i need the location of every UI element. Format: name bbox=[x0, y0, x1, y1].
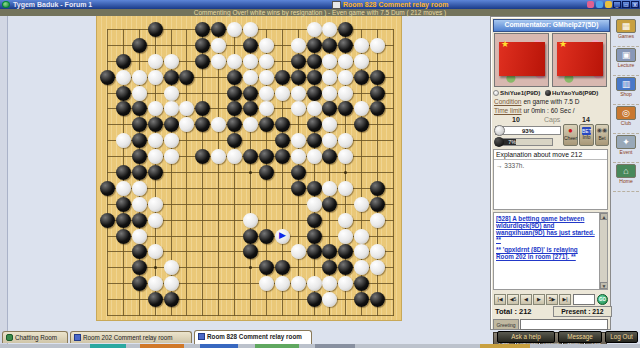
stone-black bbox=[291, 165, 306, 180]
room-title-text: Room 828 Comment relay room bbox=[343, 1, 448, 8]
flag-star: ★ bbox=[501, 39, 509, 49]
stone-black bbox=[322, 38, 337, 53]
stone-white bbox=[354, 54, 369, 69]
stone-white bbox=[338, 133, 353, 148]
taskbar-item[interactable] bbox=[480, 344, 530, 348]
stone-white bbox=[132, 229, 147, 244]
stone-black bbox=[338, 101, 353, 116]
stone-black bbox=[307, 54, 322, 69]
lecture-label: Lecture bbox=[613, 62, 639, 68]
stone-black bbox=[275, 133, 290, 148]
china-flag: ★ bbox=[499, 42, 545, 76]
stone-black bbox=[370, 86, 385, 101]
stone-white bbox=[307, 149, 322, 164]
stone-black bbox=[148, 22, 163, 37]
stone-black bbox=[100, 213, 115, 228]
stone-white bbox=[354, 38, 369, 53]
stone-black bbox=[259, 165, 274, 180]
stone-black bbox=[211, 22, 226, 37]
stone-white bbox=[259, 38, 274, 53]
commentator-header: Commentator: GMhelp27(5D) bbox=[493, 19, 610, 32]
chat-scrollbar[interactable]: ▲ ▼ bbox=[599, 213, 607, 289]
condition-value: en game with 7.5 D bbox=[523, 98, 579, 105]
home-label: Home bbox=[613, 178, 639, 184]
bet-info-button[interactable]: BET Info bbox=[579, 124, 594, 146]
nav-last-button[interactable]: ▶| bbox=[559, 294, 571, 305]
stone-black bbox=[243, 229, 258, 244]
paint-icon[interactable] bbox=[587, 1, 594, 8]
go-board[interactable]: ▶ bbox=[96, 15, 402, 321]
stone-white bbox=[243, 70, 258, 85]
stone-white bbox=[291, 101, 306, 116]
home-icon bbox=[6, 334, 13, 341]
cheer-ball-icon: ● bbox=[564, 125, 577, 136]
stone-black bbox=[164, 117, 179, 132]
stone-white bbox=[370, 213, 385, 228]
stone-black bbox=[322, 244, 337, 259]
stone-black bbox=[322, 197, 337, 212]
stone-black bbox=[195, 101, 210, 116]
stone-white bbox=[307, 101, 322, 116]
stone-black bbox=[307, 181, 322, 196]
stone-black bbox=[370, 292, 385, 307]
stone-black bbox=[307, 133, 322, 148]
stone-white bbox=[211, 38, 226, 53]
event-icon: ✦ bbox=[616, 135, 636, 149]
stone-white bbox=[148, 197, 163, 212]
stone-white bbox=[243, 213, 258, 228]
stone-white bbox=[227, 22, 242, 37]
white-player-photo: ★ bbox=[494, 33, 549, 87]
maximize-button[interactable]: □ bbox=[622, 1, 630, 8]
condition-line: Conditionen game with 7.5 D bbox=[494, 98, 609, 107]
stone-white bbox=[322, 276, 337, 291]
stone-black bbox=[116, 229, 131, 244]
stone-white bbox=[132, 70, 147, 85]
stone-black bbox=[354, 276, 369, 291]
move-number-input[interactable] bbox=[573, 294, 595, 305]
china-flag: ★ bbox=[557, 42, 603, 76]
stone-white bbox=[291, 86, 306, 101]
stone-white bbox=[322, 54, 337, 69]
taskbar-item[interactable] bbox=[255, 344, 299, 348]
stone-white bbox=[116, 70, 131, 85]
chat-message: ** 'qpxldrnt (8D)' is relaying Room 202 … bbox=[496, 246, 597, 260]
stone-black bbox=[307, 292, 322, 307]
taskbar-item[interactable] bbox=[90, 344, 126, 348]
stone-black bbox=[259, 149, 274, 164]
search-icon[interactable] bbox=[596, 1, 603, 8]
player-names: ShiYue1(P9D) HuYaoYu8(P9D) bbox=[493, 89, 610, 98]
stone-white bbox=[291, 244, 306, 259]
title-bar: Tygem Baduk - Forum 1 Room 828 Comment r… bbox=[0, 0, 640, 9]
last-move-marker: ▶ bbox=[279, 231, 286, 240]
stone-white bbox=[179, 101, 194, 116]
stone-white bbox=[259, 101, 274, 116]
stone-white bbox=[338, 213, 353, 228]
stone-black bbox=[354, 292, 369, 307]
bet-label: Bet bbox=[596, 136, 608, 141]
greeting-input[interactable] bbox=[520, 319, 608, 330]
white-captures: 10 bbox=[512, 116, 520, 123]
nav-forward-button[interactable]: ▶ bbox=[533, 294, 545, 305]
nav-back5-button[interactable]: ◀5 bbox=[507, 294, 519, 305]
tab-label: Room 202 Comment relay room bbox=[83, 334, 173, 341]
stone-white bbox=[354, 101, 369, 116]
stone-white bbox=[322, 86, 337, 101]
stone-black bbox=[291, 54, 306, 69]
taskbar-item[interactable] bbox=[140, 344, 184, 348]
stone-black bbox=[132, 213, 147, 228]
stone-white bbox=[164, 149, 179, 164]
stone-white bbox=[148, 276, 163, 291]
stone-white bbox=[291, 133, 306, 148]
stone-white bbox=[307, 22, 322, 37]
nav-forward5-button[interactable]: 5▶ bbox=[546, 294, 558, 305]
stone-black bbox=[116, 86, 131, 101]
stone-black bbox=[370, 101, 385, 116]
stone-white bbox=[322, 292, 337, 307]
board-icon bbox=[198, 333, 205, 340]
stone-black bbox=[243, 101, 258, 116]
stone-white bbox=[322, 22, 337, 37]
stone-black bbox=[243, 86, 258, 101]
stone-white bbox=[307, 197, 322, 212]
stone-white bbox=[370, 244, 385, 259]
stone-white bbox=[211, 149, 226, 164]
stone-black bbox=[307, 213, 322, 228]
games-icon: ▦ bbox=[616, 19, 636, 33]
chat-messages: [528] A betting game between wldurdlqek(… bbox=[494, 215, 607, 260]
stone-white bbox=[338, 54, 353, 69]
stone-white bbox=[227, 54, 242, 69]
stone-black bbox=[132, 244, 147, 259]
cheer-button[interactable]: ● Cheer bbox=[563, 124, 578, 146]
club-icon: ◎ bbox=[616, 106, 636, 120]
black-captures: 14 bbox=[582, 116, 590, 123]
stone-white bbox=[148, 149, 163, 164]
greeting-label: Greeting bbox=[493, 319, 519, 330]
stone-white bbox=[322, 117, 337, 132]
stone-black bbox=[227, 133, 242, 148]
present-move: Present : 212 bbox=[553, 306, 612, 317]
stone-white bbox=[148, 133, 163, 148]
stone-black bbox=[132, 276, 147, 291]
stone-black bbox=[259, 229, 274, 244]
app-window: Tygem Baduk - Forum 1 Room 828 Comment r… bbox=[0, 0, 640, 348]
stone-black bbox=[132, 133, 147, 148]
stone-white bbox=[291, 149, 306, 164]
toolbar-item-event[interactable]: ✦Event bbox=[613, 135, 639, 163]
stone-black bbox=[338, 38, 353, 53]
stone-white bbox=[370, 260, 385, 275]
stone-white bbox=[275, 86, 290, 101]
club-label: Club bbox=[613, 120, 639, 126]
stone-black bbox=[322, 149, 337, 164]
stone-white bbox=[354, 260, 369, 275]
white-stone-icon bbox=[493, 90, 499, 96]
stone-white bbox=[338, 86, 353, 101]
white-bar-knob[interactable] bbox=[494, 125, 505, 136]
stone-white bbox=[338, 276, 353, 291]
stone-black bbox=[116, 54, 131, 69]
stone-white bbox=[338, 181, 353, 196]
black-bar-knob[interactable] bbox=[494, 137, 504, 147]
stone-black bbox=[259, 260, 274, 275]
stone-black bbox=[116, 165, 131, 180]
stone-black bbox=[354, 117, 369, 132]
window-left-frame bbox=[0, 16, 8, 348]
stone-white bbox=[148, 54, 163, 69]
ask-help-button[interactable]: Ask a help bbox=[497, 331, 555, 343]
stone-black bbox=[275, 70, 290, 85]
stone-black bbox=[307, 70, 322, 85]
commentary-sidebar: Commentator: GMhelp27(5D) ★ ★ ShiYue1(P9… bbox=[490, 16, 611, 330]
stone-white bbox=[354, 197, 369, 212]
tab-room-202[interactable]: Room 202 Comment relay room bbox=[70, 331, 192, 343]
star-point bbox=[154, 266, 157, 269]
stone-white bbox=[275, 276, 290, 291]
black-bet-bar[interactable]: 7% bbox=[495, 138, 553, 146]
stone-black bbox=[164, 292, 179, 307]
logout-button[interactable]: Log Out bbox=[605, 331, 638, 343]
condition-label: Condition bbox=[494, 98, 521, 105]
toolbar-item-home[interactable]: ⌂Home bbox=[613, 164, 639, 192]
cheer-label: Cheer bbox=[564, 136, 577, 141]
stone-black bbox=[307, 86, 322, 101]
stone-black bbox=[370, 70, 385, 85]
stone-white bbox=[322, 181, 337, 196]
chat-panel[interactable]: [528] A betting game between wldurdlqek(… bbox=[493, 212, 608, 290]
titlebar-tool-icons[interactable] bbox=[587, 1, 612, 8]
explanation-panel: Explanation about move 212 → 3337h. bbox=[493, 149, 608, 210]
toolbar-item-shop[interactable]: ▥Shop bbox=[613, 77, 639, 105]
stone-black bbox=[195, 38, 210, 53]
stone-white bbox=[164, 86, 179, 101]
stone-white bbox=[148, 244, 163, 259]
stone-white bbox=[354, 244, 369, 259]
stone-black bbox=[148, 292, 163, 307]
scroll-up-arrow[interactable]: ▲ bbox=[600, 213, 608, 220]
tab-label: Room 828 Comment relay room bbox=[207, 333, 302, 340]
games-label: Games bbox=[613, 33, 639, 39]
stone-white bbox=[148, 101, 163, 116]
go-button[interactable]: GO bbox=[597, 294, 608, 305]
home-icon: ⌂ bbox=[616, 164, 636, 178]
taskbar-item[interactable] bbox=[315, 344, 355, 348]
toolbar-item-club[interactable]: ◎Club bbox=[613, 106, 639, 134]
stone-white bbox=[322, 70, 337, 85]
stone-white bbox=[116, 181, 131, 196]
move-nav-buttons[interactable]: |◀◀5◀▶5▶▶| bbox=[494, 294, 571, 305]
stone-black bbox=[132, 260, 147, 275]
lamp-icon[interactable] bbox=[605, 1, 612, 8]
minimize-button[interactable]: _ bbox=[613, 1, 621, 8]
stone-white bbox=[338, 149, 353, 164]
right-toolbar[interactable]: ▦Games▣Lecture▥Shop◎Club✦Event⌂Home bbox=[613, 18, 639, 192]
flag-star: ★ bbox=[559, 39, 567, 49]
stone-white bbox=[259, 70, 274, 85]
black-stone-icon bbox=[545, 90, 551, 96]
stone-white bbox=[338, 70, 353, 85]
stone-white bbox=[322, 133, 337, 148]
stone-white bbox=[179, 117, 194, 132]
star-point bbox=[344, 171, 347, 174]
stone-black bbox=[116, 101, 131, 116]
stone-black bbox=[116, 213, 131, 228]
white-bet-bar[interactable]: 93% bbox=[495, 126, 561, 135]
time-limit-line: Time limitur 0min : 60 Sec / bbox=[494, 107, 609, 116]
black-bet-pct: 7% bbox=[508, 139, 516, 145]
stone-black bbox=[132, 117, 147, 132]
stone-white bbox=[164, 101, 179, 116]
time-limit-value: ur 0min : 60 Sec / bbox=[524, 107, 575, 114]
captures-row: 10 Caps 14 bbox=[494, 116, 607, 124]
stone-black bbox=[132, 165, 147, 180]
stone-white bbox=[259, 54, 274, 69]
stone-white bbox=[259, 276, 274, 291]
stone-white bbox=[148, 213, 163, 228]
close-button[interactable]: X bbox=[631, 1, 639, 8]
toolbar-item-lecture[interactable]: ▣Lecture bbox=[613, 48, 639, 76]
black-player-photo: ★ bbox=[552, 33, 607, 87]
bet-info-icon: BET bbox=[582, 127, 591, 135]
stone-white bbox=[164, 133, 179, 148]
os-taskbar[interactable] bbox=[0, 344, 640, 348]
stone-black bbox=[322, 101, 337, 116]
grid-line-vertical bbox=[393, 29, 394, 316]
stone-black bbox=[195, 117, 210, 132]
stone-black bbox=[307, 229, 322, 244]
move-count-row: Total : 212 Present : 212 bbox=[495, 307, 608, 318]
explanation-title: Explanation about move 212 bbox=[494, 150, 607, 160]
stone-black bbox=[164, 70, 179, 85]
tab-label: Chatting Room bbox=[15, 334, 57, 341]
stone-white bbox=[132, 181, 147, 196]
window-title: Tygem Baduk - Forum 1 bbox=[13, 1, 92, 8]
event-label: Event bbox=[613, 149, 639, 155]
captures-label: Caps bbox=[544, 116, 560, 123]
grid-line-horizontal bbox=[107, 315, 394, 316]
stone-black bbox=[354, 70, 369, 85]
stone-black bbox=[227, 70, 242, 85]
stone-black bbox=[275, 260, 290, 275]
tab-chatting-room[interactable]: Chatting Room bbox=[2, 331, 68, 343]
stone-white bbox=[132, 197, 147, 212]
stone-black bbox=[116, 197, 131, 212]
stone-black bbox=[179, 70, 194, 85]
stone-black bbox=[148, 117, 163, 132]
toolbar-item-games[interactable]: ▦Games bbox=[613, 19, 639, 47]
shop-icon: ▥ bbox=[616, 77, 636, 91]
board-grid[interactable]: ▶ bbox=[107, 29, 394, 316]
stone-black bbox=[275, 117, 290, 132]
board-icon bbox=[74, 334, 81, 341]
nav-first-button[interactable]: |◀ bbox=[494, 294, 506, 305]
stone-black bbox=[195, 149, 210, 164]
stone-white bbox=[370, 38, 385, 53]
stone-black bbox=[132, 149, 147, 164]
stone-black bbox=[307, 38, 322, 53]
stone-white bbox=[243, 22, 258, 37]
nav-back-button[interactable]: ◀ bbox=[520, 294, 532, 305]
stone-white bbox=[243, 54, 258, 69]
explanation-body: → 3337h. bbox=[494, 160, 607, 171]
stone-black bbox=[259, 117, 274, 132]
app-icon bbox=[2, 1, 10, 8]
room-title: Room 828 Comment relay room bbox=[332, 1, 448, 9]
stone-black bbox=[227, 117, 242, 132]
stone-black bbox=[338, 260, 353, 275]
greeting-row: Greeting bbox=[493, 319, 608, 330]
black-player-name: HuYaoYu8(P9D) bbox=[552, 89, 598, 96]
stone-black bbox=[243, 38, 258, 53]
stone-white bbox=[164, 276, 179, 291]
stone-white bbox=[116, 133, 131, 148]
stone-black bbox=[243, 149, 258, 164]
stone-black bbox=[243, 244, 258, 259]
stone-black bbox=[291, 181, 306, 196]
stone-white bbox=[259, 86, 274, 101]
star-point bbox=[249, 171, 252, 174]
taskbar-item[interactable] bbox=[200, 344, 238, 348]
time-limit-label: Time limit bbox=[494, 107, 522, 114]
stone-white bbox=[354, 229, 369, 244]
message-button[interactable]: Message bbox=[558, 331, 602, 343]
stone-black bbox=[307, 244, 322, 259]
scroll-down-arrow[interactable]: ▼ bbox=[600, 282, 608, 289]
info-label: Info bbox=[580, 135, 593, 140]
stone-white bbox=[291, 276, 306, 291]
game-status-line: Commenting Over! white wins by resignati… bbox=[0, 9, 640, 16]
stone-white bbox=[243, 117, 258, 132]
stone-white bbox=[132, 86, 147, 101]
stone-black bbox=[307, 117, 322, 132]
lecture-icon: ▣ bbox=[616, 48, 636, 62]
stone-black bbox=[370, 197, 385, 212]
shop-label: Shop bbox=[613, 91, 639, 97]
bet-button[interactable]: ◉◉ Bet bbox=[595, 124, 609, 146]
window-controls[interactable]: _□X bbox=[613, 1, 639, 8]
stone-black bbox=[291, 70, 306, 85]
tab-room-828[interactable]: Room 828 Comment relay room bbox=[194, 330, 312, 344]
room-icon bbox=[332, 1, 341, 9]
stone-white bbox=[211, 117, 226, 132]
stone-black bbox=[132, 38, 147, 53]
stone-white bbox=[227, 149, 242, 164]
star-point bbox=[249, 266, 252, 269]
stone-black bbox=[195, 22, 210, 37]
stone-black bbox=[148, 165, 163, 180]
stone-black bbox=[338, 22, 353, 37]
stone-white bbox=[164, 260, 179, 275]
total-moves: Total : 212 bbox=[495, 307, 532, 316]
stone-black bbox=[195, 54, 210, 69]
stone-black bbox=[322, 260, 337, 275]
stone-black bbox=[100, 181, 115, 196]
bet-people-icon: ◉◉ bbox=[596, 125, 608, 136]
stone-black bbox=[227, 86, 242, 101]
stone-white bbox=[211, 54, 226, 69]
stone-black bbox=[132, 101, 147, 116]
white-player-name: ShiYue1(P9D) bbox=[500, 89, 540, 96]
stone-white bbox=[338, 229, 353, 244]
chat-message: [528] A betting game between wldurdlqek(… bbox=[496, 215, 597, 243]
stone-black bbox=[100, 70, 115, 85]
stone-black bbox=[275, 149, 290, 164]
stone-black bbox=[227, 101, 242, 116]
stone-white bbox=[307, 276, 322, 291]
